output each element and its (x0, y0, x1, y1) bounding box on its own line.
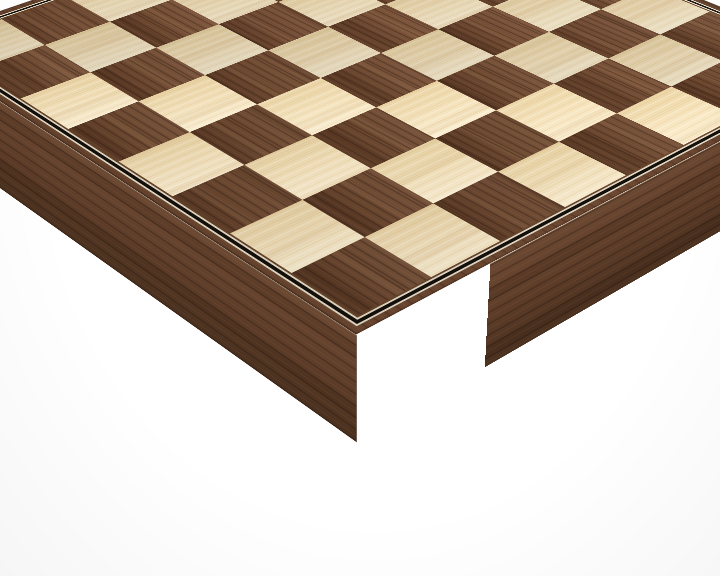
square-r6c2 (90, 48, 205, 102)
square-r1c7 (671, 61, 720, 116)
square-r5c7 (433, 172, 565, 241)
square-r4c4 (321, 53, 437, 107)
square-r5c5 (312, 107, 435, 168)
square-r4c6 (435, 110, 559, 171)
square-r7c6 (230, 200, 365, 273)
square-r6c6 (303, 168, 434, 237)
square-r6c7 (365, 203, 501, 277)
square-r7c3 (68, 101, 190, 161)
product-photo (0, 0, 720, 576)
square-r3c5 (437, 56, 554, 111)
square-r7c7 (292, 237, 432, 315)
square-r6c3 (139, 75, 257, 132)
square-r5c4 (257, 78, 376, 135)
square-r5c6 (371, 138, 498, 203)
square-r2c7 (617, 87, 720, 145)
square-r2c6 (554, 58, 672, 113)
square-r6c4 (190, 104, 312, 165)
square-r5c3 (205, 50, 321, 104)
square-r7c2 (21, 72, 139, 129)
square-r6c5 (244, 135, 370, 200)
chess-board (0, 0, 720, 335)
square-r3c7 (559, 113, 684, 175)
square-r7c5 (173, 165, 303, 233)
square-r4c7 (498, 142, 626, 207)
square-r7c4 (119, 132, 245, 196)
scene (0, 0, 720, 576)
square-r3c6 (496, 84, 617, 142)
square-r4c5 (376, 81, 496, 139)
